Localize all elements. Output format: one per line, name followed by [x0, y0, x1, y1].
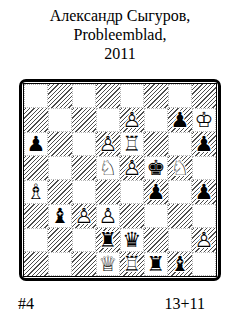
square-g1: ♝♝ [168, 252, 192, 276]
square-e2: ♛♛ [120, 228, 144, 252]
caption-row: #4 13+11 [18, 295, 205, 312]
square-d1: ♛♕ [96, 252, 120, 276]
square-h3 [192, 204, 216, 228]
black-bishop-mask: ♝ [168, 252, 192, 276]
square-e1: ♜♖ [120, 252, 144, 276]
square-h6: ♟♟ [192, 132, 216, 156]
black-pawn-icon: ♟ [25, 133, 47, 155]
square-b5 [48, 156, 72, 180]
square-d4 [96, 180, 120, 204]
black-queen-mask: ♛ [121, 229, 143, 251]
black-bishop-icon: ♝ [168, 252, 192, 276]
white-rook-icon: ♖ [121, 133, 143, 155]
black-rook-mask: ♜ [145, 253, 167, 275]
square-f2 [144, 228, 168, 252]
white-knight-icon: ♘ [97, 157, 119, 179]
chessboard-inner-frame: ♟♙♟♟♚♔♟♟♟♙♜♖♟♟♞♘♟♙♚♚♞♘♝♗♟♟♟♟♝♝♟♙♟♙♜♜♛♛♟♙… [23, 83, 217, 277]
square-g2 [168, 228, 192, 252]
chess-problem-page: Александр Сыгуров, Probleemblad, 2011 ♟♙… [0, 0, 240, 319]
author-line: Александр Сыгуров, [0, 6, 240, 25]
white-pawn-mask: ♟ [72, 204, 96, 228]
square-g8 [168, 84, 192, 108]
square-b3: ♝♝ [48, 204, 72, 228]
square-d7 [96, 108, 120, 132]
black-pawn-icon: ♟ [168, 108, 192, 132]
stipulation-label: #4 [18, 295, 34, 312]
white-pawn-icon: ♙ [97, 205, 119, 227]
black-pawn-icon: ♟ [144, 180, 168, 204]
black-king-icon: ♚ [145, 157, 167, 179]
square-a3 [24, 204, 48, 228]
square-f6 [144, 132, 168, 156]
square-d8 [96, 84, 120, 108]
white-knight-mask: ♞ [168, 156, 192, 180]
square-d3: ♟♙ [96, 204, 120, 228]
white-bishop-icon: ♗ [25, 181, 47, 203]
square-a1 [24, 252, 48, 276]
white-pawn-mask: ♟ [97, 205, 119, 227]
square-e3 [120, 204, 144, 228]
square-c3: ♟♙ [72, 204, 96, 228]
black-pawn-mask: ♟ [192, 132, 216, 156]
white-queen-icon: ♕ [97, 253, 119, 275]
white-pawn-icon: ♙ [120, 156, 144, 180]
white-pawn-icon: ♙ [96, 132, 120, 156]
white-king-icon: ♔ [193, 109, 215, 131]
square-a8 [24, 84, 48, 108]
black-pawn-mask: ♟ [168, 108, 192, 132]
white-bishop-mask: ♝ [25, 181, 47, 203]
white-pawn-mask: ♟ [120, 108, 144, 132]
chessboard-frame: ♟♙♟♟♚♔♟♟♟♙♜♖♟♟♞♘♟♙♚♚♞♘♝♗♟♟♟♟♝♝♟♙♟♙♜♜♛♛♟♙… [19, 79, 221, 281]
source-line: Probleemblad, [0, 25, 240, 44]
square-c4 [72, 180, 96, 204]
white-pawn-mask: ♟ [96, 132, 120, 156]
square-d5: ♞♘ [96, 156, 120, 180]
white-king-mask: ♚ [193, 109, 215, 131]
white-pawn-mask: ♟ [120, 156, 144, 180]
black-king-mask: ♚ [145, 157, 167, 179]
black-bishop-icon: ♝ [49, 205, 71, 227]
problem-header: Александр Сыгуров, Probleemblad, 2011 [0, 0, 240, 63]
square-e6: ♜♖ [120, 132, 144, 156]
white-knight-icon: ♘ [168, 156, 192, 180]
black-pawn-mask: ♟ [192, 180, 216, 204]
square-c5 [72, 156, 96, 180]
square-f3 [144, 204, 168, 228]
white-rook-mask: ♜ [120, 252, 144, 276]
black-rook-mask: ♜ [96, 228, 120, 252]
white-rook-mask: ♜ [121, 133, 143, 155]
black-pawn-mask: ♟ [25, 133, 47, 155]
square-b7 [48, 108, 72, 132]
square-h1 [192, 252, 216, 276]
black-rook-icon: ♜ [145, 253, 167, 275]
square-a7 [24, 108, 48, 132]
square-h4: ♟♟ [192, 180, 216, 204]
black-pawn-mask: ♟ [144, 180, 168, 204]
square-a2 [24, 228, 48, 252]
square-g5: ♞♘ [168, 156, 192, 180]
square-c2 [72, 228, 96, 252]
white-knight-mask: ♞ [97, 157, 119, 179]
square-b2 [48, 228, 72, 252]
black-bishop-mask: ♝ [49, 205, 71, 227]
square-g6 [168, 132, 192, 156]
square-e8 [120, 84, 144, 108]
square-f1: ♜♜ [144, 252, 168, 276]
material-count-label: 13+11 [165, 295, 205, 312]
square-b4 [48, 180, 72, 204]
black-queen-icon: ♛ [121, 229, 143, 251]
square-h5 [192, 156, 216, 180]
black-pawn-icon: ♟ [192, 132, 216, 156]
square-c6 [72, 132, 96, 156]
square-g4 [168, 180, 192, 204]
square-f4: ♟♟ [144, 180, 168, 204]
square-c1 [72, 252, 96, 276]
square-f5: ♚♚ [144, 156, 168, 180]
square-a6: ♟♟ [24, 132, 48, 156]
square-f7 [144, 108, 168, 132]
square-c7 [72, 108, 96, 132]
black-pawn-icon: ♟ [192, 180, 216, 204]
square-c8 [72, 84, 96, 108]
square-f8 [144, 84, 168, 108]
white-pawn-mask: ♟ [192, 228, 216, 252]
white-rook-icon: ♖ [120, 252, 144, 276]
square-d2: ♜♜ [96, 228, 120, 252]
square-b8 [48, 84, 72, 108]
square-a4: ♝♗ [24, 180, 48, 204]
square-a5 [24, 156, 48, 180]
white-pawn-icon: ♙ [120, 108, 144, 132]
square-e7: ♟♙ [120, 108, 144, 132]
square-g7: ♟♟ [168, 108, 192, 132]
square-h8 [192, 84, 216, 108]
white-queen-mask: ♛ [97, 253, 119, 275]
square-g3 [168, 204, 192, 228]
square-b1 [48, 252, 72, 276]
year-line: 2011 [0, 44, 240, 63]
white-pawn-icon: ♙ [192, 228, 216, 252]
square-b6 [48, 132, 72, 156]
chessboard: ♟♙♟♟♚♔♟♟♟♙♜♖♟♟♞♘♟♙♚♚♞♘♝♗♟♟♟♟♝♝♟♙♟♙♜♜♛♛♟♙… [24, 84, 216, 276]
square-h2: ♟♙ [192, 228, 216, 252]
square-e5: ♟♙ [120, 156, 144, 180]
square-h7: ♚♔ [192, 108, 216, 132]
square-d6: ♟♙ [96, 132, 120, 156]
black-rook-icon: ♜ [96, 228, 120, 252]
white-pawn-icon: ♙ [72, 204, 96, 228]
square-e4 [120, 180, 144, 204]
